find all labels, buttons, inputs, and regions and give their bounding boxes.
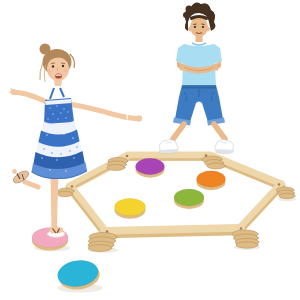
orange-disc	[197, 171, 226, 191]
boy-right-calf	[214, 124, 225, 139]
boy-left-sneaker	[160, 140, 179, 154]
boy-right-sneaker	[215, 140, 234, 154]
connector-left	[58, 188, 75, 197]
girl-right-arm	[69, 104, 142, 122]
girl-hair-bun	[40, 44, 51, 55]
purple-disc	[136, 158, 165, 178]
girl-head	[40, 44, 75, 87]
girl-bracelet	[127, 115, 128, 120]
product-photo	[0, 0, 300, 300]
beam-top	[130, 156, 208, 160]
girl-left-arm	[10, 89, 48, 103]
boy-collar	[192, 43, 206, 45]
girl-standing-leg	[47, 175, 65, 237]
boy-neck	[196, 36, 203, 42]
boy-left-calf	[173, 124, 184, 139]
girl-mouth	[55, 73, 62, 78]
girl-bodice	[44, 88, 74, 124]
boy	[159, 3, 234, 155]
connector-bottom-right	[232, 230, 259, 248]
girl-skirt	[32, 121, 88, 179]
connector-top-left	[107, 158, 128, 171]
connector-right	[276, 187, 295, 199]
girl-neck	[54, 80, 62, 86]
green-disc	[174, 189, 204, 209]
beam-bottom	[105, 229, 240, 237]
yellow-disc	[115, 198, 146, 218]
